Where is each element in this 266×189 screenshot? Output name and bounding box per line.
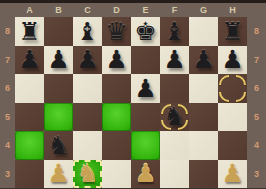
square-h7[interactable]: ♟ bbox=[218, 46, 247, 75]
square-g6[interactable] bbox=[189, 74, 218, 103]
piece-black-rook: ♜ bbox=[218, 17, 247, 46]
square-c7[interactable]: ♟ bbox=[73, 46, 102, 75]
square-d8[interactable]: ♛ bbox=[102, 17, 131, 46]
chess-app-board: ABCDEFGH 876543 ♜♝♛♚♝♜♟♟♟♟♟♟♟♟♞♞♟♞♟♟ 876… bbox=[0, 0, 266, 188]
square-a6[interactable] bbox=[15, 74, 44, 103]
rank-label-4-right: 4 bbox=[247, 131, 266, 160]
file-label-f: F bbox=[160, 5, 189, 15]
last-move-mark-icon bbox=[219, 92, 229, 102]
square-d7[interactable]: ♟ bbox=[102, 46, 131, 75]
piece-black-bishop: ♝ bbox=[73, 17, 102, 46]
square-h8[interactable]: ♜ bbox=[218, 17, 247, 46]
file-label-h: H bbox=[218, 5, 247, 15]
square-f4[interactable] bbox=[160, 131, 189, 160]
square-d4[interactable] bbox=[102, 131, 131, 160]
last-move-mark-icon bbox=[178, 104, 188, 114]
piece-white-pawn: ♟ bbox=[131, 160, 160, 189]
square-a7[interactable]: ♟ bbox=[15, 46, 44, 75]
square-b5[interactable] bbox=[44, 103, 73, 132]
square-f5[interactable]: ♞ bbox=[160, 103, 189, 132]
square-h6[interactable] bbox=[218, 74, 247, 103]
square-a4[interactable] bbox=[15, 131, 44, 160]
rank-label-7-left: 7 bbox=[0, 46, 15, 75]
square-a5[interactable] bbox=[15, 103, 44, 132]
board-body: 876543 ♜♝♛♚♝♜♟♟♟♟♟♟♟♟♞♞♟♞♟♟ 876543 bbox=[0, 17, 266, 188]
rank-label-5-left: 5 bbox=[0, 103, 15, 132]
file-label-g: G bbox=[189, 5, 218, 15]
rank-label-8-right: 8 bbox=[247, 17, 266, 46]
rank-label-5-right: 5 bbox=[247, 103, 266, 132]
square-c5[interactable] bbox=[73, 103, 102, 132]
square-g8[interactable] bbox=[189, 17, 218, 46]
last-move-mark-icon bbox=[236, 75, 246, 85]
piece-black-rook: ♜ bbox=[15, 17, 44, 46]
square-a3[interactable] bbox=[15, 160, 44, 189]
last-move-mark-icon bbox=[236, 92, 246, 102]
rank-label-8-left: 8 bbox=[0, 17, 15, 46]
square-c4[interactable] bbox=[73, 131, 102, 160]
piece-black-pawn: ♟ bbox=[131, 74, 160, 103]
rank-label-7-right: 7 bbox=[247, 46, 266, 75]
square-b7[interactable]: ♟ bbox=[44, 46, 73, 75]
piece-black-knight: ♞ bbox=[44, 131, 73, 160]
piece-white-knight: ♞ bbox=[75, 162, 100, 187]
square-c8[interactable]: ♝ bbox=[73, 17, 102, 46]
square-c3[interactable]: ♞ bbox=[73, 160, 102, 189]
square-b8[interactable] bbox=[44, 17, 73, 46]
square-e4[interactable] bbox=[131, 131, 160, 160]
last-move-mark-icon bbox=[178, 120, 188, 130]
square-b4[interactable]: ♞ bbox=[44, 131, 73, 160]
piece-black-pawn: ♟ bbox=[44, 46, 73, 75]
square-g5[interactable] bbox=[189, 103, 218, 132]
piece-black-queen: ♛ bbox=[102, 17, 131, 46]
file-label-a: A bbox=[15, 5, 44, 15]
last-move-mark-icon bbox=[161, 120, 171, 130]
square-a8[interactable]: ♜ bbox=[15, 17, 44, 46]
rank-label-6-left: 6 bbox=[0, 74, 15, 103]
rank-label-4-left: 4 bbox=[0, 131, 15, 160]
rank-labels-left: 876543 bbox=[0, 17, 15, 188]
square-e5[interactable] bbox=[131, 103, 160, 132]
file-label-c: C bbox=[73, 5, 102, 15]
square-h5[interactable] bbox=[218, 103, 247, 132]
last-move-mark-icon bbox=[161, 104, 171, 114]
piece-white-pawn: ♟ bbox=[218, 160, 247, 189]
piece-black-king: ♚ bbox=[131, 17, 160, 46]
square-d5[interactable] bbox=[102, 103, 131, 132]
file-label-e: E bbox=[131, 5, 160, 15]
file-label-b: B bbox=[44, 5, 73, 15]
square-e3[interactable]: ♟ bbox=[131, 160, 160, 189]
square-f8[interactable]: ♝ bbox=[160, 17, 189, 46]
rank-label-3-left: 3 bbox=[0, 160, 15, 189]
board-grid: ♜♝♛♚♝♜♟♟♟♟♟♟♟♟♞♞♟♞♟♟ bbox=[15, 17, 247, 188]
square-e8[interactable]: ♚ bbox=[131, 17, 160, 46]
square-h4[interactable] bbox=[218, 131, 247, 160]
file-label-d: D bbox=[102, 5, 131, 15]
square-g4[interactable] bbox=[189, 131, 218, 160]
square-b6[interactable] bbox=[44, 74, 73, 103]
piece-black-pawn: ♟ bbox=[218, 46, 247, 75]
square-g7[interactable]: ♟ bbox=[189, 46, 218, 75]
square-f7[interactable]: ♟ bbox=[160, 46, 189, 75]
square-d3[interactable] bbox=[102, 160, 131, 189]
piece-black-pawn: ♟ bbox=[73, 46, 102, 75]
rank-labels-right: 876543 bbox=[247, 17, 266, 188]
square-e7[interactable] bbox=[131, 46, 160, 75]
last-move-mark-icon bbox=[219, 75, 229, 85]
piece-black-pawn: ♟ bbox=[160, 46, 189, 75]
piece-black-bishop: ♝ bbox=[160, 17, 189, 46]
square-h3[interactable]: ♟ bbox=[218, 160, 247, 189]
piece-black-pawn: ♟ bbox=[189, 46, 218, 75]
square-d6[interactable] bbox=[102, 74, 131, 103]
square-c6[interactable] bbox=[73, 74, 102, 103]
file-label-bar: ABCDEFGH bbox=[0, 3, 266, 17]
piece-black-pawn: ♟ bbox=[15, 46, 44, 75]
piece-black-pawn: ♟ bbox=[102, 46, 131, 75]
square-g3[interactable] bbox=[189, 160, 218, 189]
rank-label-3-right: 3 bbox=[247, 160, 266, 189]
piece-white-pawn: ♟ bbox=[44, 160, 73, 189]
square-b3[interactable]: ♟ bbox=[44, 160, 73, 189]
square-f3[interactable] bbox=[160, 160, 189, 189]
square-e6[interactable]: ♟ bbox=[131, 74, 160, 103]
rank-label-6-right: 6 bbox=[247, 74, 266, 103]
square-f6[interactable] bbox=[160, 74, 189, 103]
